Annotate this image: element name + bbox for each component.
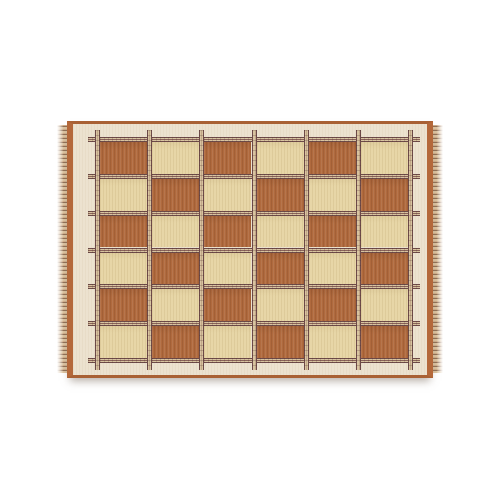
product-photo-stage xyxy=(0,0,500,500)
board-square xyxy=(257,179,304,211)
board-square xyxy=(204,179,251,211)
board-square xyxy=(361,216,408,248)
board-square xyxy=(100,179,147,211)
rug xyxy=(57,121,443,378)
board-square xyxy=(309,289,356,321)
board-square xyxy=(361,289,408,321)
board-square xyxy=(309,253,356,285)
rug-body xyxy=(67,121,433,378)
board-square xyxy=(309,142,356,174)
board-square xyxy=(361,142,408,174)
board-square xyxy=(257,326,304,358)
board-square xyxy=(100,142,147,174)
board-square xyxy=(100,253,147,285)
board-square xyxy=(361,253,408,285)
board-square xyxy=(309,179,356,211)
board-square xyxy=(309,216,356,248)
board-square xyxy=(257,216,304,248)
board-square xyxy=(100,326,147,358)
board-square xyxy=(309,326,356,358)
board-square xyxy=(204,326,251,358)
board-square xyxy=(361,179,408,211)
board-square xyxy=(152,216,199,248)
board-square xyxy=(204,289,251,321)
board-square xyxy=(152,253,199,285)
board-square xyxy=(204,216,251,248)
board-square xyxy=(100,216,147,248)
board-square xyxy=(361,326,408,358)
board-square xyxy=(152,142,199,174)
board-square xyxy=(204,142,251,174)
board-square xyxy=(152,326,199,358)
checkerboard xyxy=(95,137,413,363)
board-square xyxy=(152,179,199,211)
board-square xyxy=(257,289,304,321)
board-square xyxy=(257,142,304,174)
rug-fringe-right xyxy=(432,125,443,373)
board-square xyxy=(152,289,199,321)
board-square xyxy=(100,289,147,321)
grid-rail-vertical xyxy=(408,130,413,370)
board-square xyxy=(204,253,251,285)
board-square xyxy=(257,253,304,285)
